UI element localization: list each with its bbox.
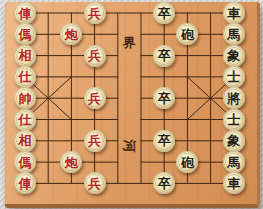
piece-red-horse[interactable]: 傌 <box>14 151 36 173</box>
river-label-boundary: 界 <box>123 34 136 52</box>
piece-character: 卒 <box>158 7 171 20</box>
piece-character: 相 <box>19 134 32 147</box>
xiangqi-board[interactable]: 界 河 俥傌相仕帥仕相傌俥炮炮兵兵兵兵兵卒卒卒卒卒砲砲車馬象士將士象馬車 <box>5 2 260 208</box>
piece-black-elephant[interactable]: 象 <box>223 45 245 67</box>
photo-background: 界 河 俥傌相仕帥仕相傌俥炮炮兵兵兵兵兵卒卒卒卒卒砲砲車馬象士將士象馬車 <box>0 0 263 209</box>
piece-character: 卒 <box>158 49 171 62</box>
piece-red-advisor[interactable]: 仕 <box>14 109 36 131</box>
piece-red-elephant[interactable]: 相 <box>14 45 36 67</box>
piece-character: 兵 <box>88 177 101 190</box>
piece-character: 傌 <box>19 28 32 41</box>
piece-character: 象 <box>227 49 240 62</box>
piece-character: 砲 <box>181 156 194 169</box>
piece-character: 卒 <box>158 92 171 105</box>
river-label-river: 河 <box>120 140 138 153</box>
piece-character: 卒 <box>158 177 171 190</box>
piece-character: 兵 <box>88 134 101 147</box>
piece-red-soldier[interactable]: 兵 <box>84 87 106 109</box>
piece-character: 士 <box>227 113 240 126</box>
piece-black-advisor[interactable]: 士 <box>223 109 245 131</box>
piece-black-chariot[interactable]: 車 <box>223 2 245 24</box>
piece-character: 炮 <box>65 28 78 41</box>
piece-character: 車 <box>227 7 240 20</box>
piece-black-horse[interactable]: 馬 <box>223 23 245 45</box>
piece-black-elephant[interactable]: 象 <box>223 130 245 152</box>
piece-character: 俥 <box>19 177 32 190</box>
piece-character: 兵 <box>88 49 101 62</box>
piece-character: 馬 <box>227 28 240 41</box>
piece-character: 相 <box>19 49 32 62</box>
piece-red-elephant[interactable]: 相 <box>14 130 36 152</box>
piece-character: 仕 <box>19 113 32 126</box>
piece-black-soldier[interactable]: 卒 <box>153 130 175 152</box>
piece-character: 仕 <box>19 70 32 83</box>
piece-character: 兵 <box>88 92 101 105</box>
piece-red-advisor[interactable]: 仕 <box>14 66 36 88</box>
piece-character: 將 <box>227 92 240 105</box>
piece-red-soldier[interactable]: 兵 <box>84 130 106 152</box>
board-grid <box>5 2 257 204</box>
piece-red-soldier[interactable]: 兵 <box>84 2 106 24</box>
piece-character: 傌 <box>19 156 32 169</box>
piece-character: 俥 <box>19 7 32 20</box>
piece-character: 象 <box>227 134 240 147</box>
piece-character: 士 <box>227 70 240 83</box>
piece-character: 兵 <box>88 7 101 20</box>
piece-red-soldier[interactable]: 兵 <box>84 45 106 67</box>
piece-character: 砲 <box>181 28 194 41</box>
piece-black-soldier[interactable]: 卒 <box>153 45 175 67</box>
piece-red-chariot[interactable]: 俥 <box>14 2 36 24</box>
piece-character: 車 <box>227 177 240 190</box>
piece-black-horse[interactable]: 馬 <box>223 151 245 173</box>
piece-red-soldier[interactable]: 兵 <box>84 172 106 194</box>
piece-character: 馬 <box>227 156 240 169</box>
piece-black-advisor[interactable]: 士 <box>223 66 245 88</box>
piece-character: 炮 <box>65 156 78 169</box>
piece-character: 卒 <box>158 134 171 147</box>
piece-black-general[interactable]: 將 <box>223 87 245 109</box>
piece-character: 帥 <box>19 92 32 105</box>
